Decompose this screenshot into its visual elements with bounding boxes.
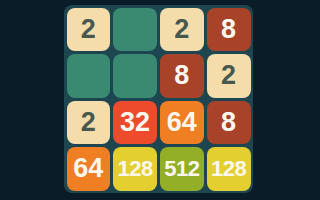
tile-8: 8 xyxy=(160,54,204,98)
tile-2: 2 xyxy=(207,54,251,98)
tile-8: 8 xyxy=(207,8,251,52)
tile-64: 64 xyxy=(160,101,204,145)
tile-32: 32 xyxy=(113,101,157,145)
tile-2: 2 xyxy=(67,8,111,52)
empty-cell xyxy=(67,54,111,98)
tile-64: 64 xyxy=(67,147,111,191)
tile-2: 2 xyxy=(160,8,204,52)
empty-cell xyxy=(113,54,157,98)
tile-8: 8 xyxy=(207,101,251,145)
tile-128: 128 xyxy=(113,147,157,191)
tile-2: 2 xyxy=(67,101,111,145)
tile-512: 512 xyxy=(160,147,204,191)
game-board-2048[interactable]: 2288223264864128512128 xyxy=(64,5,253,193)
tile-128: 128 xyxy=(207,147,251,191)
empty-cell xyxy=(113,8,157,52)
